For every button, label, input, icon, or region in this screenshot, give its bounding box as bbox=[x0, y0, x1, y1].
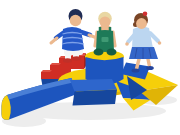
center-beam-front bbox=[73, 90, 118, 106]
girl-leg-left bbox=[137, 59, 140, 69]
toddler-knee-right bbox=[107, 49, 117, 56]
center-beam bbox=[70, 79, 117, 106]
center-drum bbox=[85, 12, 124, 85]
girl-bow bbox=[143, 12, 148, 17]
boy-shoe-left bbox=[63, 58, 72, 62]
soft-play-scene bbox=[0, 0, 180, 135]
girl-shoe-right bbox=[146, 66, 154, 70]
girl-face bbox=[136, 18, 147, 29]
toddler-pocket bbox=[102, 37, 109, 42]
toddler-face bbox=[100, 17, 111, 28]
girl-right-hand bbox=[158, 41, 162, 45]
center-beam-top bbox=[70, 79, 117, 92]
girl-shoe-left bbox=[132, 69, 140, 73]
soft-play-photo bbox=[0, 0, 180, 135]
girl-top bbox=[132, 27, 153, 50]
girl-skirt bbox=[129, 47, 158, 59]
child-toddler bbox=[94, 12, 117, 56]
boy-shoe-right bbox=[72, 56, 81, 60]
girl-leg-right bbox=[148, 59, 150, 67]
boy-face bbox=[70, 15, 82, 27]
toddler-knee-left bbox=[94, 49, 104, 56]
girl-left-hand bbox=[125, 42, 129, 46]
boy-left-arm bbox=[51, 38, 57, 43]
